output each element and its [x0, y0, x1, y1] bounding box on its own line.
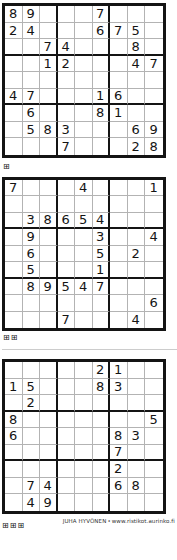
- p2-cell-r2c2[interactable]: [23, 196, 41, 213]
- p3-cell-r4c1: 8: [5, 412, 23, 429]
- p3-cell-r9c4[interactable]: [58, 494, 76, 511]
- p3-cell-r1c7: 1: [110, 362, 128, 379]
- p1-cell-r5c2[interactable]: [23, 72, 41, 89]
- p3-cell-r3c4[interactable]: [58, 395, 76, 412]
- p3-cell-r2c6: 8: [93, 379, 111, 396]
- p3-cell-r3c6[interactable]: [93, 395, 111, 412]
- p3-cell-r6c7: 7: [110, 445, 128, 462]
- p2-cell-r8c3[interactable]: [40, 295, 58, 312]
- p2-cell-r5c6: 5: [93, 246, 111, 263]
- p3-cell-r5c5[interactable]: [75, 428, 93, 445]
- p3-cell-r7c8[interactable]: [128, 461, 146, 478]
- p3-cell-r5c8: 3: [128, 428, 146, 445]
- p1-cell-r3c9[interactable]: [145, 39, 163, 56]
- p1-cell-r6c1: 4: [5, 89, 23, 106]
- p1-cell-r7c7: 1: [110, 105, 128, 122]
- p1-cell-r1c9[interactable]: [145, 6, 163, 23]
- p2-cell-r9c3[interactable]: [40, 312, 58, 329]
- p1-cell-r2c7: 7: [110, 23, 128, 40]
- p2-cell-r1c2[interactable]: [23, 180, 41, 197]
- p2-cell-r5c9[interactable]: [145, 246, 163, 263]
- p3-cell-r9c5[interactable]: [75, 494, 93, 511]
- p3-cell-r1c6: 2: [93, 362, 111, 379]
- p2-cell-r4c3[interactable]: [40, 229, 58, 246]
- p2-cell-r8c4[interactable]: [58, 295, 76, 312]
- p2-cell-r6c2: 5: [23, 262, 41, 279]
- p1-cell-r2c8: 5: [128, 23, 146, 40]
- p2-cell-r3c4: 6: [58, 213, 76, 230]
- p2-cell-r2c9[interactable]: [145, 196, 163, 213]
- p1-cell-r1c5[interactable]: [75, 6, 93, 23]
- p3-cell-r9c8[interactable]: [128, 494, 146, 511]
- p2-cell-r6c4[interactable]: [58, 262, 76, 279]
- p2-cell-r8c8[interactable]: [128, 295, 146, 312]
- p2-cell-r7c3: 9: [40, 279, 58, 296]
- grid-icon: ⊞: [17, 521, 24, 530]
- p3-cell-r7c2[interactable]: [23, 461, 41, 478]
- p3-cell-r2c2: 5: [23, 379, 41, 396]
- p1-cell-r6c6: 1: [93, 89, 111, 106]
- p2-cell-r9c7[interactable]: [110, 312, 128, 329]
- p1-cell-r4c4: 2: [58, 56, 76, 73]
- sudoku-grid-2: 741386549346525189547674: [2, 177, 166, 332]
- p2-cell-r2c6[interactable]: [93, 196, 111, 213]
- sudoku-page: 897246757481247471668158369728 ⊞ 7413865…: [0, 0, 177, 527]
- difficulty-rating-2: ⊞⊞: [2, 331, 177, 345]
- p2-cell-r9c4: 7: [58, 312, 76, 329]
- grid-icon: ⊞: [11, 334, 18, 342]
- p3-cell-r1c8[interactable]: [128, 362, 146, 379]
- p1-cell-r8c6[interactable]: [93, 122, 111, 139]
- p3-cell-r8c3: 4: [40, 478, 58, 495]
- p1-cell-r3c7[interactable]: [110, 39, 128, 56]
- p2-cell-r4c6: 3: [93, 229, 111, 246]
- p2-cell-r7c4: 5: [58, 279, 76, 296]
- p3-cell-r9c6[interactable]: [93, 494, 111, 511]
- p2-cell-r8c5[interactable]: [75, 295, 93, 312]
- p1-cell-r2c5[interactable]: [75, 23, 93, 40]
- p2-cell-r8c9: 6: [145, 295, 163, 312]
- p3-cell-r5c7: 8: [110, 428, 128, 445]
- grid-icon: ⊞: [3, 334, 10, 342]
- p3-cell-r4c6[interactable]: [93, 412, 111, 429]
- p2-cell-r2c1[interactable]: [5, 196, 23, 213]
- p3-cell-r3c3[interactable]: [40, 395, 58, 412]
- p1-cell-r3c3: 7: [40, 39, 58, 56]
- p2-cell-r5c3[interactable]: [40, 246, 58, 263]
- p1-cell-r1c4[interactable]: [58, 6, 76, 23]
- p1-cell-r3c1[interactable]: [5, 39, 23, 56]
- p1-cell-r2c3[interactable]: [40, 23, 58, 40]
- p2-cell-r1c5: 4: [75, 180, 93, 197]
- p2-cell-r5c5[interactable]: [75, 246, 93, 263]
- p1-cell-r9c8: 2: [128, 138, 146, 155]
- p2-cell-r6c3[interactable]: [40, 262, 58, 279]
- p3-cell-r1c4[interactable]: [58, 362, 76, 379]
- p3-cell-r6c1[interactable]: [5, 445, 23, 462]
- p3-cell-r6c9[interactable]: [145, 445, 163, 462]
- p2-cell-r3c9[interactable]: [145, 213, 163, 230]
- p1-cell-r1c7[interactable]: [110, 6, 128, 23]
- p3-cell-r9c1[interactable]: [5, 494, 23, 511]
- p3-cell-r8c5[interactable]: [75, 478, 93, 495]
- p2-cell-r6c6: 1: [93, 262, 111, 279]
- p1-cell-r3c6[interactable]: [93, 39, 111, 56]
- p3-cell-r8c7: 6: [110, 478, 128, 495]
- p1-cell-r5c1[interactable]: [5, 72, 23, 89]
- p3-cell-r5c4[interactable]: [58, 428, 76, 445]
- p1-cell-r4c1[interactable]: [5, 56, 23, 73]
- p2-cell-r4c4[interactable]: [58, 229, 76, 246]
- p1-cell-r6c8[interactable]: [128, 89, 146, 106]
- p1-cell-r2c2: 4: [23, 23, 41, 40]
- p3-cell-r9c2: 4: [23, 494, 41, 511]
- p1-cell-r9c5[interactable]: [75, 138, 93, 155]
- p3-cell-r3c1[interactable]: [5, 395, 23, 412]
- p2-cell-r5c8: 2: [128, 246, 146, 263]
- p3-cell-r8c4[interactable]: [58, 478, 76, 495]
- p1-cell-r6c5[interactable]: [75, 89, 93, 106]
- p3-cell-r4c3[interactable]: [40, 412, 58, 429]
- p1-cell-r9c7[interactable]: [110, 138, 128, 155]
- p3-cell-r5c6[interactable]: [93, 428, 111, 445]
- p2-cell-r1c6[interactable]: [93, 180, 111, 197]
- p1-cell-r1c3[interactable]: [40, 6, 58, 23]
- p1-cell-r7c2: 6: [23, 105, 41, 122]
- p1-cell-r5c5[interactable]: [75, 72, 93, 89]
- p3-cell-r4c7[interactable]: [110, 412, 128, 429]
- grid-icon: ⊞: [3, 163, 10, 171]
- p1-cell-r3c4: 4: [58, 39, 76, 56]
- grid-icon: ⊞: [2, 521, 9, 530]
- p1-cell-r7c9[interactable]: [145, 105, 163, 122]
- p3-cell-r6c2[interactable]: [23, 445, 41, 462]
- p1-cell-r4c2[interactable]: [23, 56, 41, 73]
- p2-cell-r1c7[interactable]: [110, 180, 128, 197]
- p3-cell-r8c9[interactable]: [145, 478, 163, 495]
- p1-cell-r3c2[interactable]: [23, 39, 41, 56]
- p2-cell-r5c7[interactable]: [110, 246, 128, 263]
- p1-cell-r3c8: 8: [128, 39, 146, 56]
- p2-cell-r2c5[interactable]: [75, 196, 93, 213]
- p2-cell-r8c7[interactable]: [110, 295, 128, 312]
- difficulty-rating-3: ⊞⊞⊞: [2, 513, 25, 532]
- p1-cell-r5c8[interactable]: [128, 72, 146, 89]
- p1-cell-r8c3: 8: [40, 122, 58, 139]
- p1-cell-r2c6: 6: [93, 23, 111, 40]
- p3-cell-r5c3[interactable]: [40, 428, 58, 445]
- p1-cell-r6c9[interactable]: [145, 89, 163, 106]
- p3-cell-r4c4[interactable]: [58, 412, 76, 429]
- p3-cell-r3c8[interactable]: [128, 395, 146, 412]
- p1-cell-r2c9[interactable]: [145, 23, 163, 40]
- p1-cell-r7c1[interactable]: [5, 105, 23, 122]
- p3-cell-r7c3[interactable]: [40, 461, 58, 478]
- p3-cell-r6c8[interactable]: [128, 445, 146, 462]
- p1-cell-r8c2: 5: [23, 122, 41, 139]
- p2-cell-r7c6: 7: [93, 279, 111, 296]
- p2-cell-r2c3[interactable]: [40, 196, 58, 213]
- p1-cell-r5c3[interactable]: [40, 72, 58, 89]
- p2-cell-r9c6[interactable]: [93, 312, 111, 329]
- p1-cell-r5c6[interactable]: [93, 72, 111, 89]
- sudoku-grid-3: 21158328568372746849: [2, 359, 166, 514]
- p3-cell-r4c9: 5: [145, 412, 163, 429]
- p1-cell-r8c7[interactable]: [110, 122, 128, 139]
- p2-cell-r4c7[interactable]: [110, 229, 128, 246]
- p3-cell-r7c4[interactable]: [58, 461, 76, 478]
- p3-cell-r6c5[interactable]: [75, 445, 93, 462]
- p3-cell-r3c5[interactable]: [75, 395, 93, 412]
- p2-cell-r4c8[interactable]: [128, 229, 146, 246]
- p3-cell-r1c1[interactable]: [5, 362, 23, 379]
- p3-cell-r8c8: 8: [128, 478, 146, 495]
- p1-cell-r8c5[interactable]: [75, 122, 93, 139]
- p3-cell-r1c2[interactable]: [23, 362, 41, 379]
- p2-cell-r2c7[interactable]: [110, 196, 128, 213]
- p3-cell-r3c9[interactable]: [145, 395, 163, 412]
- p1-cell-r5c7[interactable]: [110, 72, 128, 89]
- p2-cell-r8c2[interactable]: [23, 295, 41, 312]
- p1-cell-r9c4: 7: [58, 138, 76, 155]
- p1-cell-r1c2: 9: [23, 6, 41, 23]
- p3-cell-r7c1[interactable]: [5, 461, 23, 478]
- p3-cell-r1c3[interactable]: [40, 362, 58, 379]
- p2-cell-r5c2: 6: [23, 246, 41, 263]
- p2-cell-r4c2: 9: [23, 229, 41, 246]
- p3-cell-r8c6[interactable]: [93, 478, 111, 495]
- p3-cell-r2c1: 1: [5, 379, 23, 396]
- p3-cell-r6c6[interactable]: [93, 445, 111, 462]
- p3-cell-r9c9: [145, 494, 163, 511]
- p2-cell-r9c1[interactable]: [5, 312, 23, 329]
- divider-line: [2, 349, 177, 350]
- p2-cell-r3c6: 4: [93, 213, 111, 230]
- p1-cell-r3c5[interactable]: [75, 39, 93, 56]
- p1-cell-r4c6[interactable]: [93, 56, 111, 73]
- p3-cell-r7c7: 2: [110, 461, 128, 478]
- p3-cell-r8c2: 7: [23, 478, 41, 495]
- p3-cell-r5c1: 6: [5, 428, 23, 445]
- p2-cell-r5c1[interactable]: [5, 246, 23, 263]
- p1-cell-r7c3[interactable]: [40, 105, 58, 122]
- p1-cell-r6c2: 7: [23, 89, 41, 106]
- p1-cell-r4c7[interactable]: [110, 56, 128, 73]
- p1-cell-r2c4[interactable]: [58, 23, 76, 40]
- p3-cell-r4c8[interactable]: [128, 412, 146, 429]
- p1-cell-r6c7: 6: [110, 89, 128, 106]
- p1-cell-r9c2[interactable]: [23, 138, 41, 155]
- p3-cell-r2c3[interactable]: [40, 379, 58, 396]
- p2-cell-r8c6[interactable]: [93, 295, 111, 312]
- p1-cell-r4c3: 1: [40, 56, 58, 73]
- p1-cell-r8c8: 6: [128, 122, 146, 139]
- p2-cell-r2c8[interactable]: [128, 196, 146, 213]
- p1-cell-r9c9: 8: [145, 138, 163, 155]
- p3-cell-r1c9[interactable]: [145, 362, 163, 379]
- p2-cell-r7c7[interactable]: [110, 279, 128, 296]
- p1-cell-r5c9[interactable]: [145, 72, 163, 89]
- p1-cell-r1c6: 7: [93, 6, 111, 23]
- author-name: JUHA HYVÖNEN: [63, 518, 107, 524]
- p1-cell-r2c1: 2: [5, 23, 23, 40]
- p2-cell-r1c1: 7: [5, 180, 23, 197]
- p1-cell-r1c8[interactable]: [128, 6, 146, 23]
- p3-cell-r3c7[interactable]: [110, 395, 128, 412]
- p1-cell-r7c6: 8: [93, 105, 111, 122]
- p2-cell-r3c2: 3: [23, 213, 41, 230]
- p3-cell-r7c6[interactable]: [93, 461, 111, 478]
- p1-cell-r9c1[interactable]: [5, 138, 23, 155]
- p3-cell-r2c4[interactable]: [58, 379, 76, 396]
- p3-cell-r4c5[interactable]: [75, 412, 93, 429]
- p1-cell-r6c4[interactable]: [58, 89, 76, 106]
- p1-cell-r9c6[interactable]: [93, 138, 111, 155]
- p2-cell-r9c8: 4: [128, 312, 146, 329]
- p1-cell-r4c5[interactable]: [75, 56, 93, 73]
- p2-cell-r3c1[interactable]: [5, 213, 23, 230]
- p2-cell-r6c1[interactable]: [5, 262, 23, 279]
- p3-cell-r6c3[interactable]: [40, 445, 58, 462]
- p1-cell-r4c8: 4: [128, 56, 146, 73]
- sudoku-grid-1: 897246757481247471668158369728: [2, 3, 166, 158]
- p1-cell-r7c4[interactable]: [58, 105, 76, 122]
- p2-cell-r3c8[interactable]: [128, 213, 146, 230]
- p3-cell-r4c2[interactable]: [23, 412, 41, 429]
- credit-text: JUHA HYVÖNEN•www.ristikot.aurinko.fi: [62, 519, 175, 525]
- p2-cell-r3c3: 8: [40, 213, 58, 230]
- p2-cell-r3c7[interactable]: [110, 213, 128, 230]
- p2-cell-r4c9: 4: [145, 229, 163, 246]
- p2-cell-r8c1[interactable]: [5, 295, 23, 312]
- p2-cell-r7c5: 4: [75, 279, 93, 296]
- p2-cell-r5c4[interactable]: [58, 246, 76, 263]
- p2-cell-r6c7[interactable]: [110, 262, 128, 279]
- p2-cell-r9c2[interactable]: [23, 312, 41, 329]
- p2-cell-r3c5: 5: [75, 213, 93, 230]
- p1-cell-r5c4[interactable]: [58, 72, 76, 89]
- p1-cell-r7c5[interactable]: [75, 105, 93, 122]
- p2-cell-r9c5[interactable]: [75, 312, 93, 329]
- p3-cell-r5c2[interactable]: [23, 428, 41, 445]
- p2-cell-r1c8[interactable]: [128, 180, 146, 197]
- p1-cell-r7c8[interactable]: [128, 105, 146, 122]
- p2-cell-r7c1[interactable]: [5, 279, 23, 296]
- p3-cell-r5c9[interactable]: [145, 428, 163, 445]
- p3-cell-r2c9[interactable]: [145, 379, 163, 396]
- p2-cell-r6c8[interactable]: [128, 262, 146, 279]
- p3-cell-r9c3: 9: [40, 494, 58, 511]
- p2-cell-r1c9: 1: [145, 180, 163, 197]
- p2-cell-r7c9[interactable]: [145, 279, 163, 296]
- p3-cell-r2c7: 3: [110, 379, 128, 396]
- p1-cell-r8c9: 9: [145, 122, 163, 139]
- p3-cell-r9c7[interactable]: [110, 494, 128, 511]
- p2-cell-r1c4[interactable]: [58, 180, 76, 197]
- p1-cell-r6c3[interactable]: [40, 89, 58, 106]
- p2-cell-r9c9: [145, 312, 163, 329]
- p2-cell-r6c9[interactable]: [145, 262, 163, 279]
- p3-cell-r8c1[interactable]: [5, 478, 23, 495]
- p2-cell-r2c4[interactable]: [58, 196, 76, 213]
- p3-cell-r7c5[interactable]: [75, 461, 93, 478]
- p2-cell-r7c8[interactable]: [128, 279, 146, 296]
- separator-dot: •: [107, 518, 110, 524]
- p2-cell-r7c2: 8: [23, 279, 41, 296]
- p1-cell-r9c3[interactable]: [40, 138, 58, 155]
- grid-icon: ⊞: [10, 521, 17, 530]
- p3-cell-r7c9[interactable]: [145, 461, 163, 478]
- website-url: www.ristikot.aurinko.fi: [112, 518, 175, 524]
- p1-cell-r1c1: 8: [5, 6, 23, 23]
- p3-cell-r2c5[interactable]: [75, 379, 93, 396]
- p2-cell-r6c5[interactable]: [75, 262, 93, 279]
- p1-cell-r8c4: 3: [58, 122, 76, 139]
- p3-cell-r1c5[interactable]: [75, 362, 93, 379]
- difficulty-rating-1: ⊞: [2, 158, 177, 177]
- p2-cell-r4c5[interactable]: [75, 229, 93, 246]
- p3-cell-r3c2: 2: [23, 395, 41, 412]
- p2-cell-r4c1[interactable]: [5, 229, 23, 246]
- p3-cell-r2c8[interactable]: [128, 379, 146, 396]
- footer: ⊞⊞⊞ JUHA HYVÖNEN•www.ristikot.aurinko.fi: [2, 518, 177, 527]
- p1-cell-r4c9: 7: [145, 56, 163, 73]
- p2-cell-r1c3[interactable]: [40, 180, 58, 197]
- p3-cell-r6c4[interactable]: [58, 445, 76, 462]
- p1-cell-r8c1[interactable]: [5, 122, 23, 139]
